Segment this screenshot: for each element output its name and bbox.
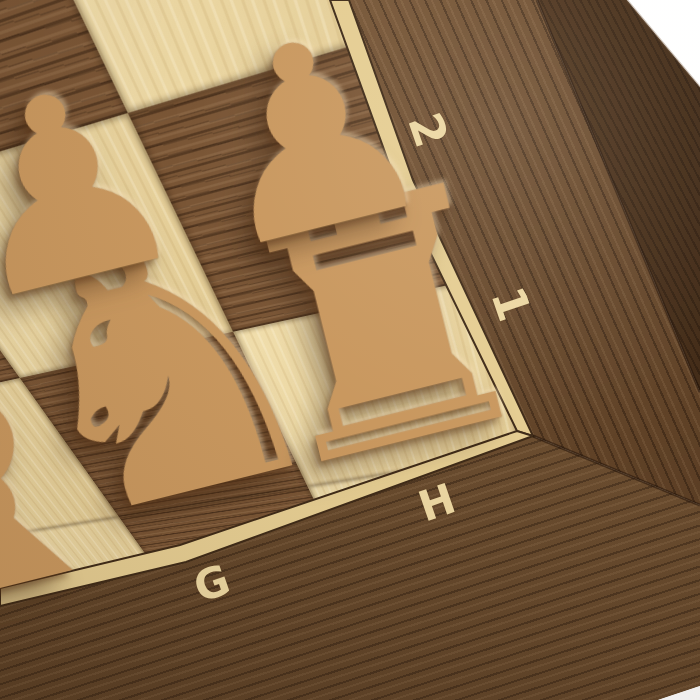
- piece-white-pawn-g2: ♟: [0, 39, 206, 342]
- piece-layer: ♝♞♜♟♟: [0, 0, 700, 700]
- chessboard-photo: 2 1 G H ♝♞♜♟♟: [0, 0, 700, 700]
